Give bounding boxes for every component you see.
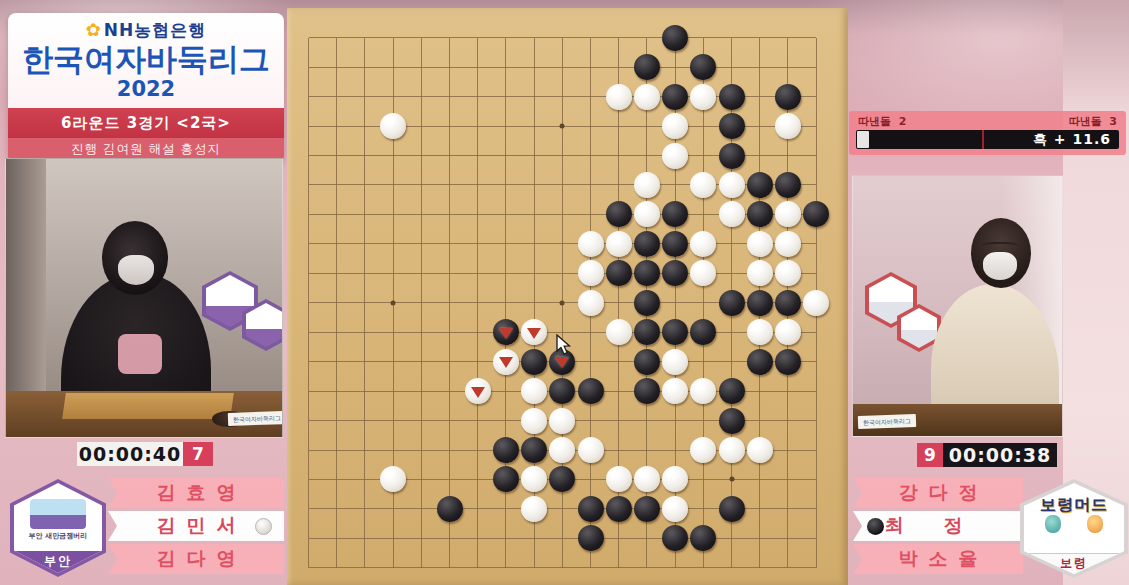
left-byoyomi-count: 7 (183, 442, 213, 466)
mascot-orange-icon (1087, 515, 1103, 533)
black-stone (437, 496, 463, 522)
black-stone-icon (867, 518, 884, 535)
black-stone (606, 201, 632, 227)
white-stone (775, 319, 801, 345)
white-stone (747, 260, 773, 286)
black-stone (662, 231, 688, 257)
black-stone (634, 231, 660, 257)
white-stone (578, 290, 604, 316)
white-stone (747, 437, 773, 463)
white-stone (775, 113, 801, 139)
score-panel: 따낸돌 2 따낸돌 3 흑 + 11.6 (849, 111, 1126, 155)
star-point (560, 124, 565, 129)
black-stone (521, 349, 547, 375)
white-stone (662, 466, 688, 492)
white-stone (521, 319, 547, 345)
left-clock: 00:00:40 (77, 442, 183, 466)
white-stone (521, 496, 547, 522)
white-stone (775, 201, 801, 227)
white-stone (775, 260, 801, 286)
black-stone (634, 378, 660, 404)
black-stone (634, 496, 660, 522)
star-point (729, 477, 734, 482)
grid-line (309, 567, 817, 568)
black-stone (634, 349, 660, 375)
left-desk-nameplate: 한국여자바둑리그 (228, 411, 283, 426)
black-stone (634, 319, 660, 345)
white-stone (465, 378, 491, 404)
black-stone (634, 260, 660, 286)
black-stone (747, 201, 773, 227)
right-player-mask (983, 252, 1017, 280)
black-stone (606, 496, 632, 522)
buan-badge-art (30, 499, 86, 529)
bar-divider (982, 130, 984, 149)
black-stone (578, 378, 604, 404)
mascot-teal-icon (1045, 515, 1061, 533)
black-stone (578, 496, 604, 522)
left-timer: 00:00:40 7 (77, 442, 213, 466)
black-stone (634, 54, 660, 80)
star-point (560, 300, 565, 305)
left-player-mask (118, 255, 154, 285)
black-stone (662, 319, 688, 345)
white-stone (803, 290, 829, 316)
white-stone (662, 496, 688, 522)
right-team-names: 강다정 최정 박소율 (853, 478, 1023, 574)
black-stone (493, 466, 519, 492)
right-desk-nameplate: 한국여자바둑리그 (858, 414, 916, 429)
white-captures: 따낸돌 2 (858, 114, 906, 129)
black-stone (662, 25, 688, 51)
round-info: 6라운드 3경기 <2국> (8, 108, 284, 138)
white-stone (606, 319, 632, 345)
black-stone (662, 84, 688, 110)
right-byoyomi-count: 9 (917, 443, 943, 467)
league-title: 한국여자바둑리그 (12, 43, 280, 76)
grid-line (309, 332, 817, 333)
sponsor-name: NH농협은행 (104, 20, 206, 40)
white-stone (380, 466, 406, 492)
white-stone (606, 466, 632, 492)
black-stone (803, 201, 829, 227)
triangle-mark-icon (499, 328, 513, 339)
white-stone (549, 437, 575, 463)
black-stone (634, 290, 660, 316)
black-stone (690, 319, 716, 345)
left-player-shirt (118, 334, 162, 374)
left-player-3: 김다영 (108, 544, 284, 574)
black-stone (549, 378, 575, 404)
black-stone (662, 525, 688, 551)
white-stone (634, 201, 660, 227)
league-logo-card: ✿NH농협은행 한국여자바둑리그 2022 (8, 13, 284, 108)
grid-line (309, 538, 817, 539)
black-stone (775, 84, 801, 110)
white-stone (690, 172, 716, 198)
black-stone (521, 437, 547, 463)
white-stone-icon (255, 518, 272, 535)
white-stone (606, 231, 632, 257)
white-stone (747, 319, 773, 345)
triangle-mark-icon (527, 328, 541, 339)
grid-line (703, 38, 704, 568)
white-stone (634, 466, 660, 492)
right-player-3: 박소율 (853, 544, 1023, 574)
right-player-glasses (981, 242, 1019, 252)
white-stone (719, 437, 745, 463)
white-stone (662, 113, 688, 139)
black-stone (719, 113, 745, 139)
right-badge-title: 보령머드 (1040, 497, 1108, 513)
black-stone (549, 466, 575, 492)
black-captures: 따낸돌 3 (1069, 114, 1117, 129)
white-stone (690, 84, 716, 110)
league-year: 2022 (12, 77, 280, 101)
white-stone (690, 437, 716, 463)
white-stone (690, 378, 716, 404)
black-stone (719, 378, 745, 404)
white-stone (578, 260, 604, 286)
left-desk-goban (62, 393, 234, 419)
white-stone (578, 437, 604, 463)
black-stone (719, 408, 745, 434)
triangle-mark-icon (471, 387, 485, 398)
left-player-2-active: 김민서 (108, 511, 284, 541)
white-stone (747, 231, 773, 257)
right-clock: 00:00:38 (943, 443, 1057, 467)
black-stone (662, 260, 688, 286)
white-stone (549, 408, 575, 434)
left-player-1: 김효영 (108, 478, 284, 508)
black-stone (747, 172, 773, 198)
black-stone (775, 349, 801, 375)
white-stone (521, 378, 547, 404)
black-stone (719, 496, 745, 522)
black-stone (690, 54, 716, 80)
black-stone (775, 172, 801, 198)
go-board (287, 8, 848, 585)
black-stone (493, 319, 519, 345)
black-stone (690, 525, 716, 551)
white-stone (662, 143, 688, 169)
white-stone (662, 349, 688, 375)
black-stone (775, 290, 801, 316)
white-stone (493, 349, 519, 375)
white-stone (606, 84, 632, 110)
right-player-video: 한국여자바둑리그 (852, 175, 1063, 437)
right-timer: 9 00:00:38 (917, 443, 1057, 467)
win-estimate-bar: 흑 + 11.6 (856, 130, 1119, 149)
white-stone (719, 172, 745, 198)
triangle-mark-icon (499, 357, 513, 368)
black-stone (719, 143, 745, 169)
left-badge-name: 부안 (14, 551, 102, 573)
left-badge-title: 부안 새만금잼버리 (29, 531, 87, 541)
black-stone (719, 290, 745, 316)
white-stone (380, 113, 406, 139)
right-player-2-active: 최정 (853, 511, 1023, 541)
white-stone (775, 231, 801, 257)
sponsor-line: ✿NH농협은행 (12, 19, 280, 42)
black-stone (606, 260, 632, 286)
white-stone (634, 172, 660, 198)
white-stone (634, 84, 660, 110)
white-stone (521, 408, 547, 434)
right-player-1: 강다정 (853, 478, 1023, 508)
black-stone (719, 84, 745, 110)
mascot-icons (1045, 515, 1103, 533)
white-share-segment (857, 131, 869, 148)
white-stone (719, 201, 745, 227)
nh-flower-icon: ✿ (86, 19, 102, 40)
left-player-video: 한국여자바둑리그 (5, 158, 283, 438)
left-team-badge: 부안 새만금잼버리 부안 (10, 479, 106, 577)
black-stone (662, 201, 688, 227)
mouse-cursor-icon (556, 334, 573, 356)
white-stone (690, 231, 716, 257)
left-team-names: 김효영 김민서 김다영 (108, 478, 284, 574)
black-stone (747, 290, 773, 316)
white-stone (690, 260, 716, 286)
black-stone (578, 525, 604, 551)
score-estimate: 흑 + 11.6 (1033, 131, 1111, 149)
star-point (391, 300, 396, 305)
white-stone (578, 231, 604, 257)
white-stone (521, 466, 547, 492)
broadcast-header: ✿NH농협은행 한국여자바둑리그 2022 6라운드 3경기 <2국> 진행 김… (8, 13, 284, 162)
white-stone (662, 378, 688, 404)
black-stone (747, 349, 773, 375)
black-stone (493, 437, 519, 463)
triangle-mark-icon (555, 357, 569, 368)
